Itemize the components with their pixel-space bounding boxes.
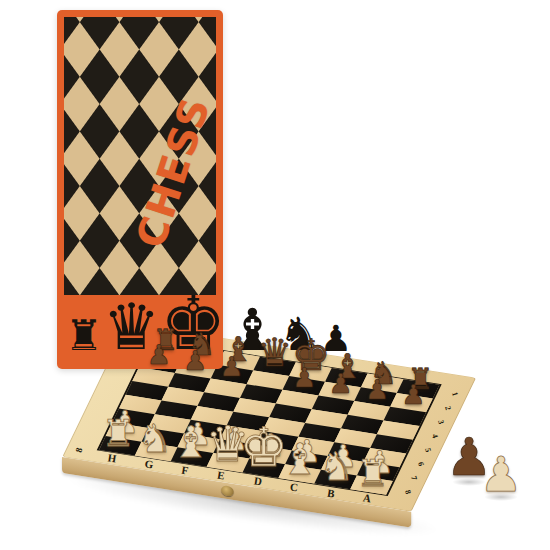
dark-pawn: ♟ [446, 431, 493, 483]
box-silhouette-knight: ♞ [278, 317, 319, 353]
box-silhouette-king: ♚ [160, 295, 226, 353]
box-silhouette-rook: ♜ [65, 320, 103, 353]
light-pawn: ♟ [479, 450, 522, 498]
chess-box: CHESS ♜♛♚♝♞♟ [57, 10, 223, 369]
box-silhouette-queen: ♛ [103, 303, 160, 353]
product-photo-scene: HGFEDCBA876543218 CHESS ♜♛♚♝♞♟ ♜♞♝♛♚♝♞♜♟… [0, 0, 550, 550]
box-silhouette-bishop: ♝ [226, 308, 278, 353]
loose-pawn-shadow [484, 493, 518, 501]
brass-clasp-icon [221, 485, 234, 497]
box-piece-silhouettes: ♜♛♚♝♞♟ [65, 293, 217, 353]
box-silhouette-pawn: ♟ [320, 325, 352, 353]
loose-pawn-shadow [452, 478, 486, 486]
